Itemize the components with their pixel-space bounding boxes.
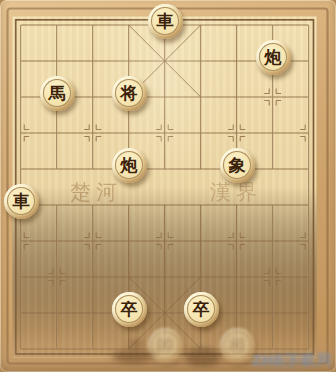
piece-character: 炮 [265, 48, 282, 65]
xiangqi-board: 楚河 漢界 車炮馬将炮象車卒卒帥相 ZHE下载网 [0, 0, 336, 372]
piece-馬[interactable]: 馬 [40, 76, 75, 111]
piece-character: 帥 [157, 336, 174, 353]
piece-face: 相 [223, 331, 251, 359]
piece-face: 卒 [187, 295, 215, 323]
piece-象[interactable]: 象 [220, 148, 255, 183]
piece-炮[interactable]: 炮 [112, 148, 147, 183]
piece-character: 馬 [49, 84, 66, 101]
piece-卒[interactable]: 卒 [112, 292, 147, 327]
piece-face: 将 [115, 79, 143, 107]
piece-face: 車 [7, 187, 35, 215]
piece-炮[interactable]: 炮 [256, 40, 291, 75]
piece-face: 馬 [43, 79, 71, 107]
piece-face: 車 [151, 7, 179, 35]
piece-character: 将 [121, 84, 138, 101]
board-grid[interactable]: 車炮馬将炮象車卒卒帥相 [3, 7, 327, 367]
piece-卒[interactable]: 卒 [184, 292, 219, 327]
piece-face: 炮 [259, 43, 287, 71]
piece-character: 卒 [121, 300, 138, 317]
piece-帥-faded[interactable]: 帥 [148, 328, 183, 363]
piece-character: 車 [13, 192, 30, 209]
piece-車[interactable]: 車 [148, 4, 183, 39]
piece-character: 車 [157, 12, 174, 29]
piece-相-faded[interactable]: 相 [220, 328, 255, 363]
piece-character: 炮 [121, 156, 138, 173]
piece-車[interactable]: 車 [4, 184, 39, 219]
piece-face: 象 [223, 151, 251, 179]
piece-face: 卒 [115, 295, 143, 323]
piece-character: 象 [229, 156, 246, 173]
piece-character: 卒 [193, 300, 210, 317]
piece-face: 炮 [115, 151, 143, 179]
piece-将[interactable]: 将 [112, 76, 147, 111]
piece-face: 帥 [151, 331, 179, 359]
piece-character: 相 [229, 336, 246, 353]
